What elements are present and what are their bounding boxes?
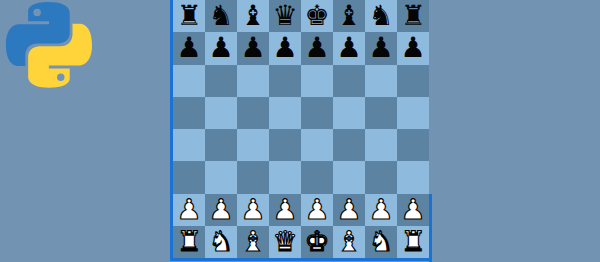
piece-black-knight[interactable]: ♞ — [208, 0, 233, 32]
piece-white-rook[interactable]: ♜ — [176, 226, 201, 258]
python-logo — [4, 2, 94, 88]
chess-board-frame: ♜♞♝♛♚♝♞♜♟♟♟♟♟♟♟♟♟♟♟♟♟♟♟♟♜♞♝♛♚♝♞♜ — [170, 0, 429, 261]
square-h6[interactable] — [397, 65, 429, 97]
square-c4[interactable] — [237, 129, 269, 161]
piece-black-pawn[interactable]: ♟ — [240, 32, 265, 64]
square-d2[interactable]: ♟ — [269, 194, 301, 226]
piece-black-pawn[interactable]: ♟ — [368, 32, 393, 64]
square-a6[interactable] — [173, 65, 205, 97]
piece-black-pawn[interactable]: ♟ — [208, 32, 233, 64]
piece-white-queen[interactable]: ♛ — [272, 226, 297, 258]
piece-white-bishop[interactable]: ♝ — [240, 226, 265, 258]
app-window: ♜♞♝♛♚♝♞♜♟♟♟♟♟♟♟♟♟♟♟♟♟♟♟♟♜♞♝♛♚♝♞♜ — [0, 0, 600, 262]
square-d4[interactable] — [269, 129, 301, 161]
square-a1[interactable]: ♜ — [173, 226, 205, 258]
square-a3[interactable] — [173, 161, 205, 193]
square-b4[interactable] — [205, 129, 237, 161]
square-c2[interactable]: ♟ — [237, 194, 269, 226]
square-f3[interactable] — [333, 161, 365, 193]
piece-black-bishop[interactable]: ♝ — [336, 0, 361, 32]
square-h3[interactable] — [397, 161, 429, 193]
piece-black-bishop[interactable]: ♝ — [240, 0, 265, 32]
square-e2[interactable]: ♟ — [301, 194, 333, 226]
board-border-right-segment — [429, 194, 432, 262]
square-e4[interactable] — [301, 129, 333, 161]
square-g2[interactable]: ♟ — [365, 194, 397, 226]
square-e7[interactable]: ♟ — [301, 32, 333, 64]
piece-black-pawn[interactable]: ♟ — [272, 32, 297, 64]
square-b5[interactable] — [205, 97, 237, 129]
piece-black-pawn[interactable]: ♟ — [176, 32, 201, 64]
piece-black-pawn[interactable]: ♟ — [304, 32, 329, 64]
piece-black-pawn[interactable]: ♟ — [336, 32, 361, 64]
piece-white-pawn[interactable]: ♟ — [176, 194, 201, 226]
square-c6[interactable] — [237, 65, 269, 97]
piece-white-rook[interactable]: ♜ — [400, 226, 425, 258]
piece-white-knight[interactable]: ♞ — [208, 226, 233, 258]
square-c8[interactable]: ♝ — [237, 0, 269, 32]
square-g6[interactable] — [365, 65, 397, 97]
square-h4[interactable] — [397, 129, 429, 161]
square-a7[interactable]: ♟ — [173, 32, 205, 64]
square-d1[interactable]: ♛ — [269, 226, 301, 258]
square-b6[interactable] — [205, 65, 237, 97]
piece-white-pawn[interactable]: ♟ — [368, 194, 393, 226]
square-c7[interactable]: ♟ — [237, 32, 269, 64]
chess-board: ♜♞♝♛♚♝♞♜♟♟♟♟♟♟♟♟♟♟♟♟♟♟♟♟♜♞♝♛♚♝♞♜ — [173, 0, 429, 258]
piece-white-pawn[interactable]: ♟ — [240, 194, 265, 226]
square-b1[interactable]: ♞ — [205, 226, 237, 258]
square-e8[interactable]: ♚ — [301, 0, 333, 32]
square-f2[interactable]: ♟ — [333, 194, 365, 226]
square-f6[interactable] — [333, 65, 365, 97]
square-a8[interactable]: ♜ — [173, 0, 205, 32]
piece-white-pawn[interactable]: ♟ — [272, 194, 297, 226]
square-f8[interactable]: ♝ — [333, 0, 365, 32]
square-f4[interactable] — [333, 129, 365, 161]
square-h7[interactable]: ♟ — [397, 32, 429, 64]
square-f1[interactable]: ♝ — [333, 226, 365, 258]
square-b8[interactable]: ♞ — [205, 0, 237, 32]
square-d3[interactable] — [269, 161, 301, 193]
piece-white-pawn[interactable]: ♟ — [400, 194, 425, 226]
square-a4[interactable] — [173, 129, 205, 161]
square-d7[interactable]: ♟ — [269, 32, 301, 64]
piece-black-rook[interactable]: ♜ — [176, 0, 201, 32]
square-b3[interactable] — [205, 161, 237, 193]
square-g8[interactable]: ♞ — [365, 0, 397, 32]
square-g5[interactable] — [365, 97, 397, 129]
square-f7[interactable]: ♟ — [333, 32, 365, 64]
square-c1[interactable]: ♝ — [237, 226, 269, 258]
square-e1[interactable]: ♚ — [301, 226, 333, 258]
square-h5[interactable] — [397, 97, 429, 129]
square-g4[interactable] — [365, 129, 397, 161]
square-d6[interactable] — [269, 65, 301, 97]
piece-white-bishop[interactable]: ♝ — [336, 226, 361, 258]
square-a2[interactable]: ♟ — [173, 194, 205, 226]
piece-white-pawn[interactable]: ♟ — [336, 194, 361, 226]
square-f5[interactable] — [333, 97, 365, 129]
piece-black-queen[interactable]: ♛ — [272, 0, 297, 32]
square-c3[interactable] — [237, 161, 269, 193]
piece-white-king[interactable]: ♚ — [304, 226, 329, 258]
square-h2[interactable]: ♟ — [397, 194, 429, 226]
square-e6[interactable] — [301, 65, 333, 97]
square-g1[interactable]: ♞ — [365, 226, 397, 258]
piece-black-rook[interactable]: ♜ — [400, 0, 425, 32]
square-h8[interactable]: ♜ — [397, 0, 429, 32]
square-b7[interactable]: ♟ — [205, 32, 237, 64]
square-g7[interactable]: ♟ — [365, 32, 397, 64]
square-b2[interactable]: ♟ — [205, 194, 237, 226]
square-a5[interactable] — [173, 97, 205, 129]
piece-white-pawn[interactable]: ♟ — [304, 194, 329, 226]
piece-white-pawn[interactable]: ♟ — [208, 194, 233, 226]
piece-black-knight[interactable]: ♞ — [368, 0, 393, 32]
piece-white-knight[interactable]: ♞ — [368, 226, 393, 258]
square-h1[interactable]: ♜ — [397, 226, 429, 258]
square-e5[interactable] — [301, 97, 333, 129]
square-c5[interactable] — [237, 97, 269, 129]
piece-black-king[interactable]: ♚ — [304, 0, 329, 32]
square-e3[interactable] — [301, 161, 333, 193]
square-d8[interactable]: ♛ — [269, 0, 301, 32]
square-d5[interactable] — [269, 97, 301, 129]
piece-black-pawn[interactable]: ♟ — [400, 32, 425, 64]
square-g3[interactable] — [365, 161, 397, 193]
